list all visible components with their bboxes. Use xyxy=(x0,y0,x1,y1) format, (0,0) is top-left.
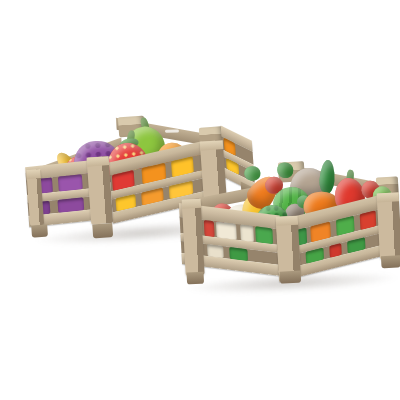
product-photo-toy-fruit-crates xyxy=(0,0,400,400)
vegetable-crate xyxy=(176,146,400,297)
crate-foot xyxy=(381,255,400,268)
crate-corner-post xyxy=(182,199,205,276)
tomato-through-slot xyxy=(204,220,215,237)
crate-front-structure xyxy=(176,146,400,297)
crate-corner-post xyxy=(87,156,114,224)
crate-foot xyxy=(92,223,113,238)
onion-through-slot xyxy=(240,224,254,242)
crate-foot xyxy=(31,225,48,238)
crate-corner-post xyxy=(377,192,400,259)
crate-foot xyxy=(187,272,205,285)
crate-corner-post xyxy=(276,216,301,275)
crate-foot xyxy=(280,271,302,284)
